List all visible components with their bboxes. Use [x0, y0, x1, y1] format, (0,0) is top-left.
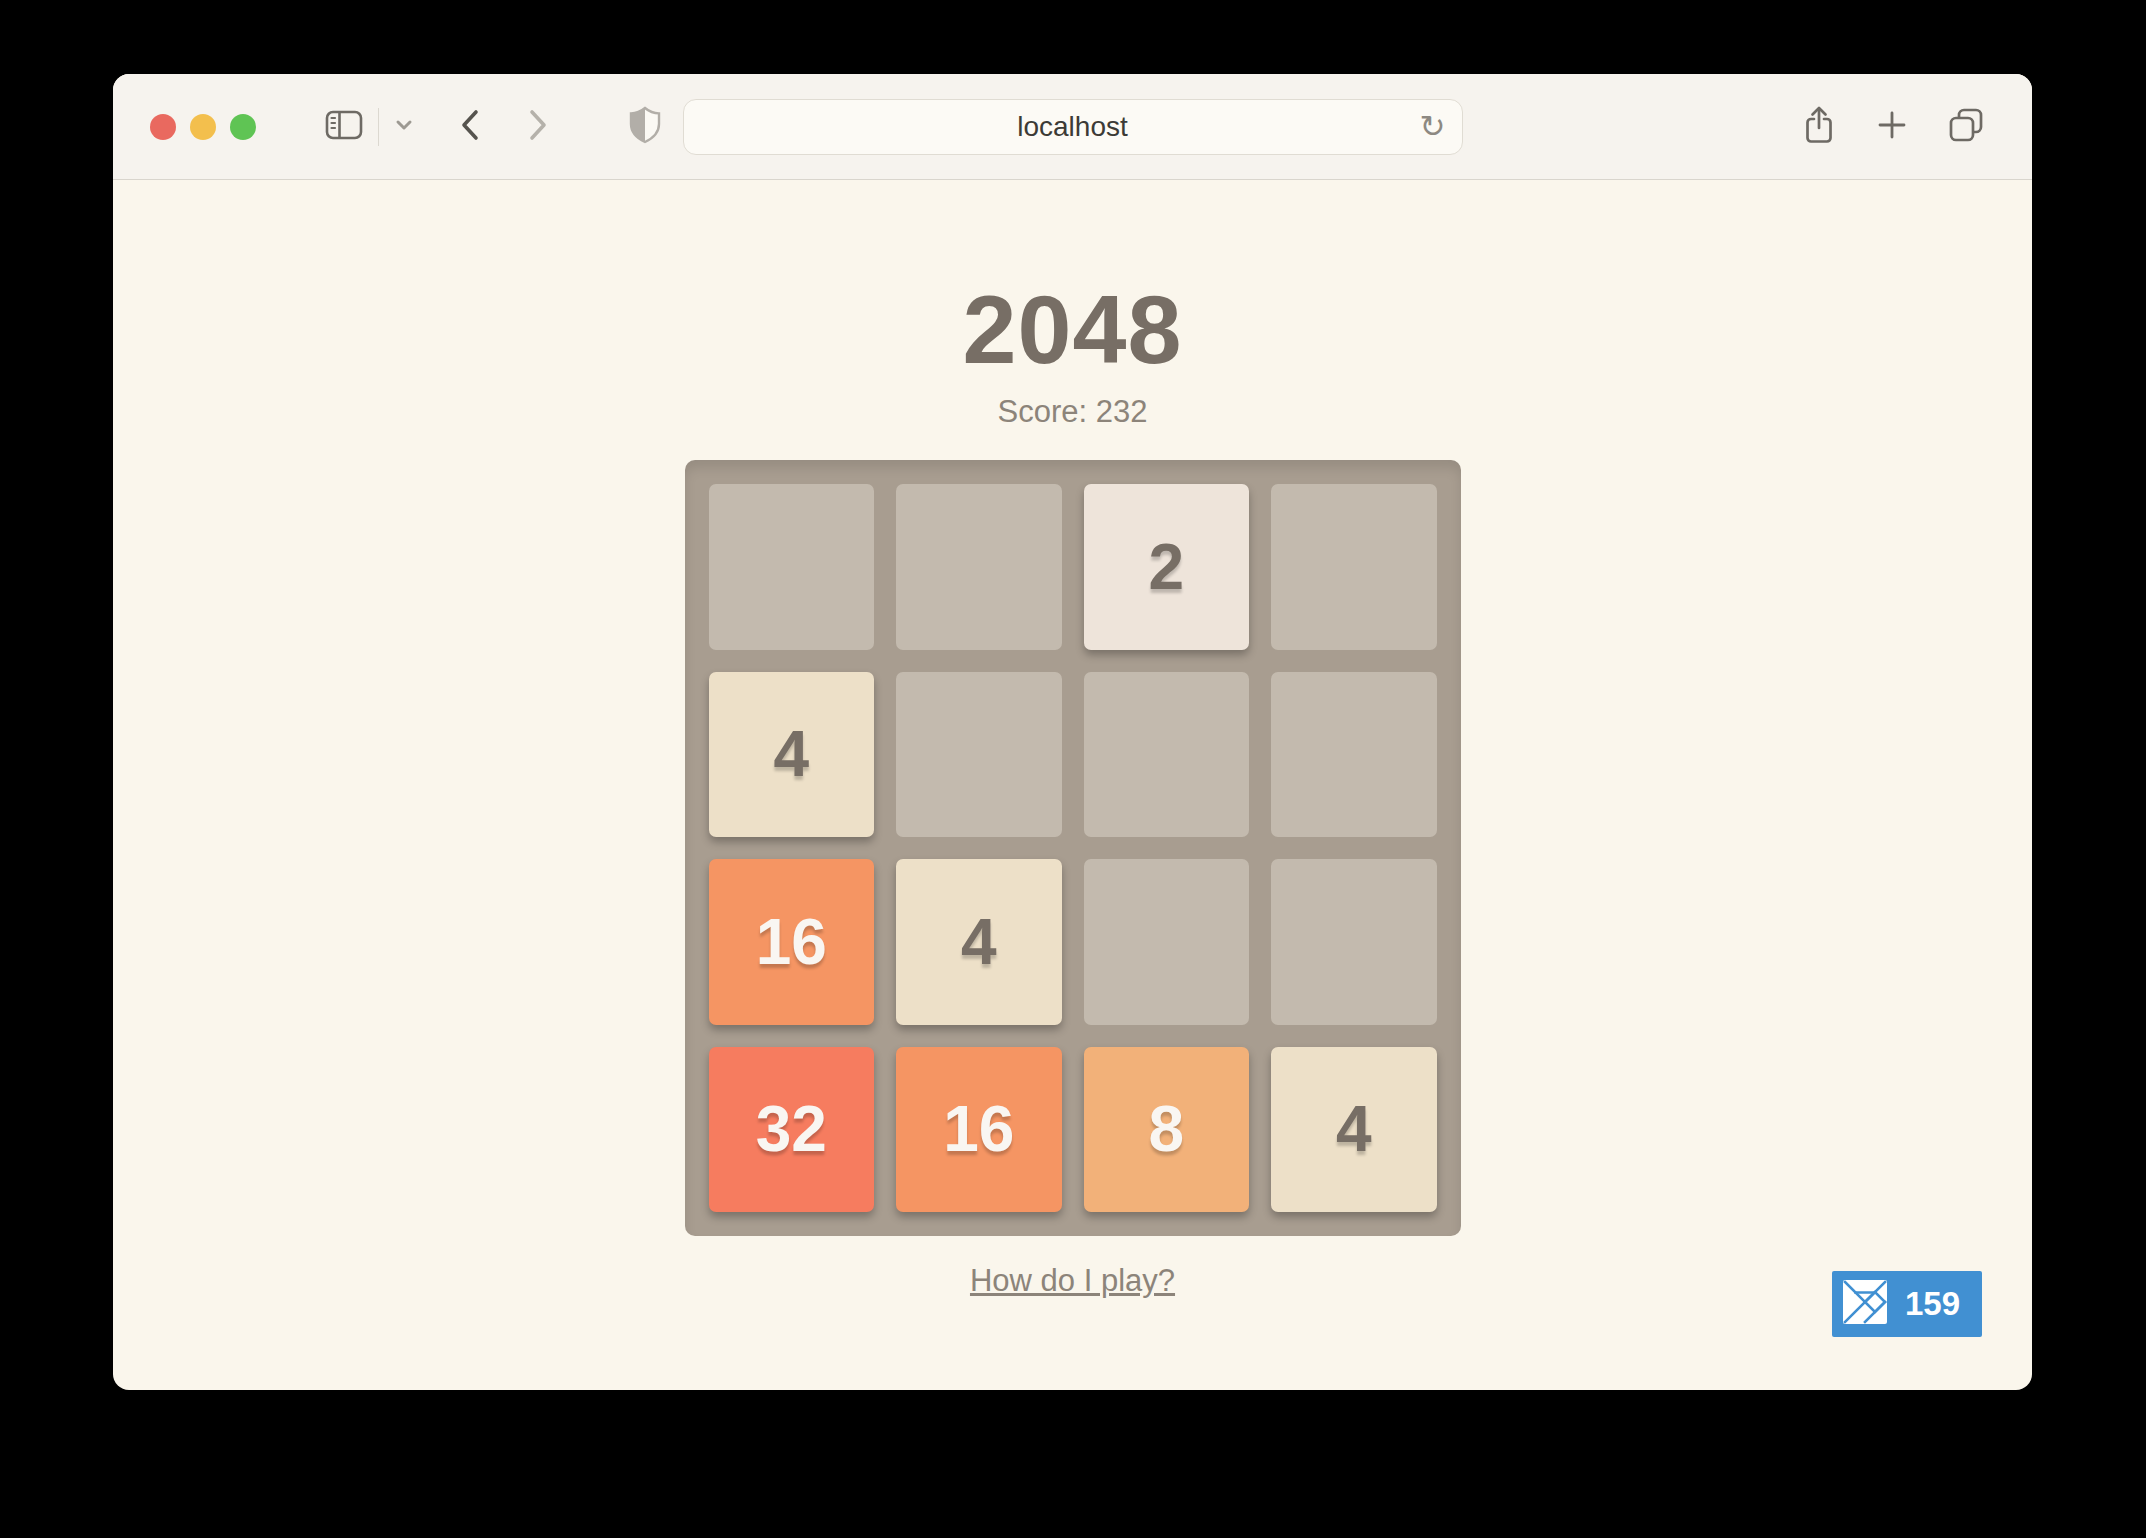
shield-icon: [627, 104, 663, 149]
board-cell-r3c3: 4: [1271, 1047, 1437, 1213]
extension-badge[interactable]: 159: [1832, 1271, 1982, 1337]
sidebar-icon: [324, 106, 364, 147]
board-cell-r0c1: [896, 484, 1062, 650]
board-cell-r1c1: [896, 672, 1062, 838]
game-page: 2048 Score: 232 2 4 16 4 32 16 8 4 How d…: [113, 180, 2032, 1389]
zoom-button[interactable]: [230, 114, 256, 140]
help-link[interactable]: How do I play?: [970, 1263, 1175, 1299]
share-icon: [1800, 104, 1838, 149]
browser-window: localhost ↻: [113, 74, 2032, 1390]
board-cell-r1c2: [1084, 672, 1250, 838]
board-cell-r0c0: [709, 484, 875, 650]
back-button[interactable]: [455, 104, 485, 149]
board-cell-r0c2: 2: [1084, 484, 1250, 650]
minimize-button[interactable]: [190, 114, 216, 140]
tab-overview-button[interactable]: [1946, 106, 1986, 147]
sidebar-menu-button[interactable]: [391, 115, 417, 138]
toolbar-right-controls: [1800, 104, 1986, 149]
board-cell-r2c3: [1271, 859, 1437, 1025]
chevron-down-icon: [391, 115, 417, 138]
tab-overview-icon: [1946, 106, 1986, 147]
new-tab-button[interactable]: [1874, 107, 1910, 146]
board-cell-r1c0: 4: [709, 672, 875, 838]
toolbar-divider: [378, 108, 379, 146]
share-button[interactable]: [1800, 104, 1838, 149]
board-cell-r3c2: 8: [1084, 1047, 1250, 1213]
nav-controls: [324, 104, 663, 149]
board-cell-r3c0: 32: [709, 1047, 875, 1213]
board-cell-r3c1: 16: [896, 1047, 1062, 1213]
traffic-lights: [150, 114, 256, 140]
browser-toolbar: localhost ↻: [113, 74, 2032, 180]
board-cell-r2c1: 4: [896, 859, 1062, 1025]
game-board: 2 4 16 4 32 16 8 4: [685, 460, 1461, 1236]
board-cell-r2c2: [1084, 859, 1250, 1025]
extension-badge-count: 159: [1905, 1285, 1960, 1323]
score-text: Score: 232: [113, 394, 2032, 430]
privacy-report-button[interactable]: [627, 104, 663, 149]
address-bar[interactable]: localhost ↻: [683, 99, 1463, 155]
reload-icon[interactable]: ↻: [1420, 111, 1446, 142]
board-cell-r0c3: [1271, 484, 1437, 650]
tangram-icon: [1842, 1279, 1888, 1329]
sidebar-button[interactable]: [324, 106, 364, 147]
close-button[interactable]: [150, 114, 176, 140]
board-cell-r2c0: 16: [709, 859, 875, 1025]
page-title: 2048: [113, 281, 2032, 378]
board-cell-r1c3: [1271, 672, 1437, 838]
back-icon: [455, 104, 485, 149]
url-text: localhost: [1017, 111, 1128, 143]
forward-icon: [523, 104, 553, 149]
forward-button[interactable]: [523, 104, 553, 149]
new-tab-icon: [1874, 107, 1910, 146]
